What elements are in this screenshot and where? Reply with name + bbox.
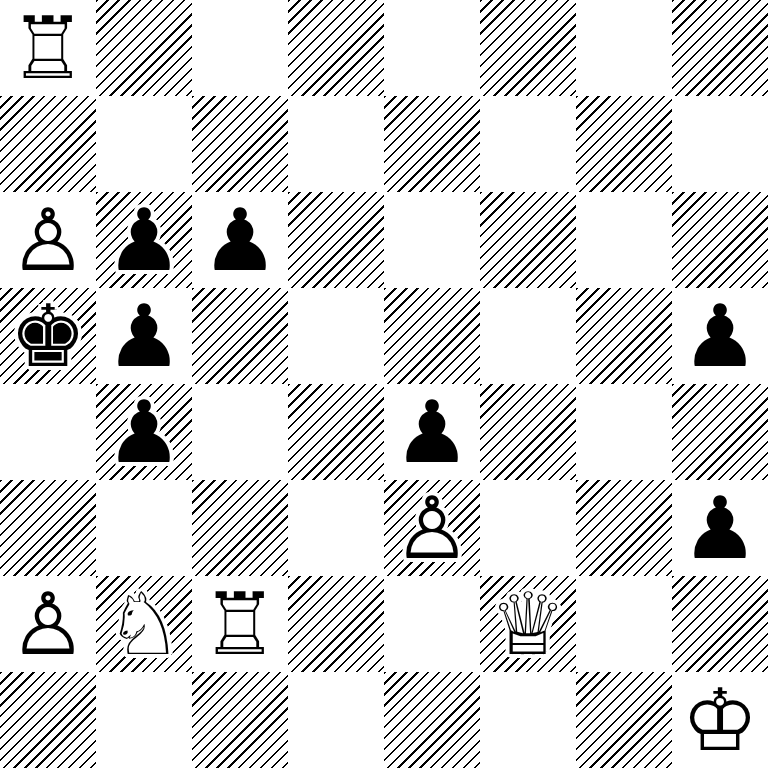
square-b7[interactable] xyxy=(96,96,192,192)
piece-bP: ♟ xyxy=(192,192,288,288)
square-g3[interactable] xyxy=(576,480,672,576)
piece-wR: ♖ xyxy=(0,0,96,96)
square-f3[interactable] xyxy=(480,480,576,576)
piece-bP: ♟ xyxy=(96,192,192,288)
square-b8[interactable] xyxy=(96,0,192,96)
square-a3[interactable] xyxy=(0,480,96,576)
piece-wK: ♔ xyxy=(672,672,768,768)
square-h7[interactable] xyxy=(672,96,768,192)
square-h2[interactable] xyxy=(672,576,768,672)
chess-board: ♜♖♟♙♟♟♟♟♚♚♟♟♟♟♟♟♟♟♟♙♟♟♟♙♞♘♜♖♛♕♚♔ xyxy=(0,0,768,768)
square-b3[interactable] xyxy=(96,480,192,576)
piece-bP: ♟ xyxy=(384,384,480,480)
square-d1[interactable] xyxy=(288,672,384,768)
square-e6[interactable] xyxy=(384,192,480,288)
square-c2[interactable]: ♜♖ xyxy=(192,576,288,672)
square-f2[interactable]: ♛♕ xyxy=(480,576,576,672)
square-h8[interactable] xyxy=(672,0,768,96)
square-c3[interactable] xyxy=(192,480,288,576)
piece-silhouette: ♛ xyxy=(480,576,576,672)
square-c5[interactable] xyxy=(192,288,288,384)
piece-bP: ♟ xyxy=(672,288,768,384)
square-b2[interactable]: ♞♘ xyxy=(96,576,192,672)
square-f5[interactable] xyxy=(480,288,576,384)
square-a6[interactable]: ♟♙ xyxy=(0,192,96,288)
piece-silhouette: ♟ xyxy=(0,576,96,672)
square-a4[interactable] xyxy=(0,384,96,480)
square-g6[interactable] xyxy=(576,192,672,288)
square-h5[interactable]: ♟♟ xyxy=(672,288,768,384)
square-b4[interactable]: ♟♟ xyxy=(96,384,192,480)
square-b1[interactable] xyxy=(96,672,192,768)
square-g4[interactable] xyxy=(576,384,672,480)
square-e1[interactable] xyxy=(384,672,480,768)
square-e4[interactable]: ♟♟ xyxy=(384,384,480,480)
square-e7[interactable] xyxy=(384,96,480,192)
piece-silhouette: ♚ xyxy=(0,288,96,384)
square-c8[interactable] xyxy=(192,0,288,96)
square-d8[interactable] xyxy=(288,0,384,96)
square-b5[interactable]: ♟♟ xyxy=(96,288,192,384)
square-h3[interactable]: ♟♟ xyxy=(672,480,768,576)
piece-silhouette: ♟ xyxy=(0,192,96,288)
piece-wP: ♙ xyxy=(384,480,480,576)
square-e8[interactable] xyxy=(384,0,480,96)
square-d5[interactable] xyxy=(288,288,384,384)
piece-wN: ♘ xyxy=(96,576,192,672)
piece-silhouette: ♚ xyxy=(672,672,768,768)
square-f4[interactable] xyxy=(480,384,576,480)
piece-silhouette: ♜ xyxy=(0,0,96,96)
square-a7[interactable] xyxy=(0,96,96,192)
square-d7[interactable] xyxy=(288,96,384,192)
square-a2[interactable]: ♟♙ xyxy=(0,576,96,672)
square-d4[interactable] xyxy=(288,384,384,480)
square-e2[interactable] xyxy=(384,576,480,672)
piece-silhouette: ♜ xyxy=(192,576,288,672)
piece-silhouette: ♟ xyxy=(384,384,480,480)
piece-silhouette: ♟ xyxy=(192,192,288,288)
square-c7[interactable] xyxy=(192,96,288,192)
piece-bP: ♟ xyxy=(672,480,768,576)
piece-bP: ♟ xyxy=(96,384,192,480)
piece-bP: ♟ xyxy=(96,288,192,384)
square-f1[interactable] xyxy=(480,672,576,768)
square-f6[interactable] xyxy=(480,192,576,288)
square-a8[interactable]: ♜♖ xyxy=(0,0,96,96)
square-c1[interactable] xyxy=(192,672,288,768)
piece-wP: ♙ xyxy=(0,192,96,288)
piece-silhouette: ♟ xyxy=(672,288,768,384)
square-d2[interactable] xyxy=(288,576,384,672)
piece-silhouette: ♟ xyxy=(384,480,480,576)
piece-wR: ♖ xyxy=(192,576,288,672)
square-g2[interactable] xyxy=(576,576,672,672)
square-g5[interactable] xyxy=(576,288,672,384)
piece-wP: ♙ xyxy=(0,576,96,672)
piece-silhouette: ♟ xyxy=(96,288,192,384)
square-b6[interactable]: ♟♟ xyxy=(96,192,192,288)
square-f7[interactable] xyxy=(480,96,576,192)
square-e5[interactable] xyxy=(384,288,480,384)
square-d3[interactable] xyxy=(288,480,384,576)
piece-bK: ♚ xyxy=(0,288,96,384)
square-d6[interactable] xyxy=(288,192,384,288)
piece-wQ: ♕ xyxy=(480,576,576,672)
square-c6[interactable]: ♟♟ xyxy=(192,192,288,288)
square-g1[interactable] xyxy=(576,672,672,768)
square-h1[interactable]: ♚♔ xyxy=(672,672,768,768)
piece-silhouette: ♞ xyxy=(96,576,192,672)
square-g8[interactable] xyxy=(576,0,672,96)
piece-silhouette: ♟ xyxy=(96,384,192,480)
square-h6[interactable] xyxy=(672,192,768,288)
square-g7[interactable] xyxy=(576,96,672,192)
square-f8[interactable] xyxy=(480,0,576,96)
square-h4[interactable] xyxy=(672,384,768,480)
piece-silhouette: ♟ xyxy=(96,192,192,288)
square-e3[interactable]: ♟♙ xyxy=(384,480,480,576)
piece-silhouette: ♟ xyxy=(672,480,768,576)
square-a5[interactable]: ♚♚ xyxy=(0,288,96,384)
square-a1[interactable] xyxy=(0,672,96,768)
square-c4[interactable] xyxy=(192,384,288,480)
